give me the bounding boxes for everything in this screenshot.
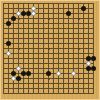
grid-line-vertical: [53, 3, 54, 94]
grid-line-horizontal: [3, 83, 94, 84]
black-stone[interactable]: [26, 71, 32, 77]
grid-line-horizontal: [3, 53, 94, 54]
grid-line-horizontal: [3, 93, 94, 94]
star-point: [78, 18, 80, 20]
white-stone[interactable]: [71, 71, 77, 77]
grid-line-horizontal: [3, 88, 94, 89]
grid-line-vertical: [58, 3, 59, 94]
grid-line-vertical: [93, 3, 94, 94]
grid-line-horizontal: [3, 58, 94, 59]
grid-line-vertical: [63, 3, 64, 94]
white-stone[interactable]: [16, 66, 22, 72]
white-stone[interactable]: [31, 11, 37, 17]
black-stone[interactable]: [6, 21, 12, 27]
black-stone[interactable]: [11, 16, 17, 22]
grid-line-vertical: [83, 3, 84, 94]
star-point: [18, 48, 20, 50]
black-stone[interactable]: [81, 6, 87, 12]
star-point: [18, 18, 20, 20]
grid-line-vertical: [88, 3, 89, 94]
go-board[interactable]: [0, 0, 100, 100]
star-point: [48, 48, 50, 50]
black-stone[interactable]: [91, 66, 97, 72]
grid-line-vertical: [73, 3, 74, 94]
star-point: [78, 48, 80, 50]
star-point: [48, 78, 50, 80]
white-stone[interactable]: [6, 51, 12, 57]
black-stone[interactable]: [91, 56, 97, 62]
white-stone[interactable]: [56, 71, 62, 77]
grid-line-vertical: [68, 3, 69, 94]
black-stone[interactable]: [16, 76, 22, 82]
black-stone[interactable]: [46, 71, 52, 77]
grid-line-horizontal: [3, 63, 94, 64]
star-point: [48, 18, 50, 20]
star-point: [78, 78, 80, 80]
black-stone[interactable]: [6, 41, 12, 47]
black-stone[interactable]: [66, 11, 72, 17]
